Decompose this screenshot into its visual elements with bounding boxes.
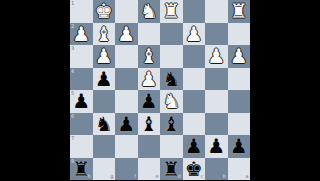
- square-c5[interactable]: [183, 90, 206, 113]
- square-d7[interactable]: [160, 135, 183, 158]
- square-b1[interactable]: [205, 0, 228, 23]
- square-e6[interactable]: ♝: [138, 113, 161, 136]
- rank-label-1: 1: [71, 1, 74, 6]
- square-c4[interactable]: [183, 68, 206, 91]
- square-f2[interactable]: ♟: [115, 23, 138, 46]
- square-h1[interactable]: 1: [70, 0, 93, 23]
- file-label-b: b: [223, 174, 226, 179]
- square-c3[interactable]: [183, 45, 206, 68]
- square-a2[interactable]: [228, 23, 251, 46]
- square-f8[interactable]: f: [115, 158, 138, 181]
- square-f7[interactable]: [115, 135, 138, 158]
- square-b3[interactable]: ♟: [205, 45, 228, 68]
- piece-black-pawn: ♟: [95, 67, 113, 90]
- left-letterbox-bar: [0, 0, 70, 180]
- square-a6[interactable]: [228, 113, 251, 136]
- piece-black-pawn: ♟: [185, 135, 203, 158]
- square-h7[interactable]: 7: [70, 135, 93, 158]
- piece-black-pawn: ♟: [207, 135, 225, 158]
- piece-white-pawn: ♟: [185, 22, 203, 45]
- right-letterbox-bar: [250, 0, 320, 180]
- square-d3[interactable]: [160, 45, 183, 68]
- square-c1[interactable]: [183, 0, 206, 23]
- file-label-a: a: [245, 174, 248, 179]
- piece-black-pawn: ♟: [140, 90, 158, 113]
- rank-label-4: 4: [71, 69, 74, 74]
- square-c8[interactable]: c♚: [183, 158, 206, 181]
- square-h6[interactable]: 6: [70, 113, 93, 136]
- square-f6[interactable]: ♟: [115, 113, 138, 136]
- square-c6[interactable]: [183, 113, 206, 136]
- piece-white-pawn: ♟: [72, 22, 90, 45]
- square-d4[interactable]: ♞: [160, 68, 183, 91]
- piece-white-pawn: ♟: [95, 45, 113, 68]
- square-g8[interactable]: g: [93, 158, 116, 181]
- square-g4[interactable]: ♟: [93, 68, 116, 91]
- piece-white-knight: ♞: [162, 90, 180, 113]
- square-g1[interactable]: ♚: [93, 0, 116, 23]
- square-h8[interactable]: 8h♜: [70, 158, 93, 181]
- square-d8[interactable]: d♜: [160, 158, 183, 181]
- piece-white-knight: ♞: [140, 0, 158, 22]
- piece-black-pawn: ♟: [117, 112, 135, 135]
- rank-label-6: 6: [71, 114, 74, 119]
- chess-board: 1♚♞♜♜2♟♝♟♟3♟♝♟♟4♟♟♞5♟♟♞6♞♟♝♝7♟♟♟8h♜gfed♜…: [70, 0, 250, 180]
- rank-label-3: 3: [71, 46, 74, 51]
- square-e1[interactable]: ♞: [138, 0, 161, 23]
- rank-label-7: 7: [71, 136, 74, 141]
- square-a3[interactable]: ♟: [228, 45, 251, 68]
- square-h3[interactable]: 3: [70, 45, 93, 68]
- piece-black-king: ♚: [185, 157, 203, 180]
- square-h5[interactable]: 5♟: [70, 90, 93, 113]
- square-b7[interactable]: ♟: [205, 135, 228, 158]
- square-e4[interactable]: ♟: [138, 68, 161, 91]
- square-g6[interactable]: ♞: [93, 113, 116, 136]
- square-f3[interactable]: [115, 45, 138, 68]
- piece-black-pawn: ♟: [230, 135, 248, 158]
- piece-black-pawn: ♟: [72, 90, 90, 113]
- square-e8[interactable]: e: [138, 158, 161, 181]
- piece-black-bishop: ♝: [162, 112, 180, 135]
- square-b6[interactable]: [205, 113, 228, 136]
- file-label-f: f: [134, 174, 136, 179]
- piece-white-pawn: ♟: [117, 22, 135, 45]
- piece-white-bishop: ♝: [95, 22, 113, 45]
- square-f5[interactable]: [115, 90, 138, 113]
- piece-white-king: ♚: [95, 0, 113, 22]
- square-a4[interactable]: [228, 68, 251, 91]
- square-b8[interactable]: b: [205, 158, 228, 181]
- square-a5[interactable]: [228, 90, 251, 113]
- piece-black-knight: ♞: [95, 112, 113, 135]
- square-e3[interactable]: ♝: [138, 45, 161, 68]
- square-c2[interactable]: ♟: [183, 23, 206, 46]
- square-d2[interactable]: [160, 23, 183, 46]
- piece-white-bishop: ♝: [140, 45, 158, 68]
- square-a1[interactable]: ♜: [228, 0, 251, 23]
- square-g2[interactable]: ♝: [93, 23, 116, 46]
- square-d1[interactable]: ♜: [160, 0, 183, 23]
- square-b4[interactable]: [205, 68, 228, 91]
- square-d5[interactable]: ♞: [160, 90, 183, 113]
- file-label-e: e: [155, 174, 158, 179]
- square-g7[interactable]: [93, 135, 116, 158]
- piece-black-rook: ♜: [72, 157, 90, 180]
- square-g3[interactable]: ♟: [93, 45, 116, 68]
- square-e5[interactable]: ♟: [138, 90, 161, 113]
- piece-black-rook: ♜: [162, 157, 180, 180]
- square-g5[interactable]: [93, 90, 116, 113]
- square-f4[interactable]: [115, 68, 138, 91]
- square-b5[interactable]: [205, 90, 228, 113]
- square-h4[interactable]: 4: [70, 68, 93, 91]
- piece-white-rook: ♜: [162, 0, 180, 22]
- square-h2[interactable]: 2♟: [70, 23, 93, 46]
- piece-black-knight: ♞: [162, 67, 180, 90]
- square-f1[interactable]: [115, 0, 138, 23]
- square-d6[interactable]: ♝: [160, 113, 183, 136]
- square-a7[interactable]: ♟: [228, 135, 251, 158]
- piece-white-pawn: ♟: [230, 45, 248, 68]
- file-label-g: g: [110, 174, 113, 179]
- piece-white-pawn: ♟: [140, 67, 158, 90]
- piece-white-rook: ♜: [230, 0, 248, 22]
- square-c7[interactable]: ♟: [183, 135, 206, 158]
- square-e7[interactable]: [138, 135, 161, 158]
- square-e2[interactable]: [138, 23, 161, 46]
- piece-black-bishop: ♝: [140, 112, 158, 135]
- square-a8[interactable]: a: [228, 158, 251, 181]
- piece-white-pawn: ♟: [207, 45, 225, 68]
- square-b2[interactable]: [205, 23, 228, 46]
